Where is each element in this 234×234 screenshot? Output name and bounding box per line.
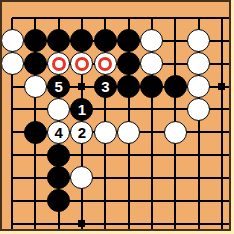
star-point — [78, 220, 85, 227]
white-stone — [1, 29, 24, 52]
black-stone-move-1: 1 — [70, 98, 93, 121]
board-grid-line — [12, 17, 229, 19]
go-board: 53142 — [0, 0, 231, 231]
red-circle-mark — [52, 57, 66, 71]
white-stone — [187, 52, 210, 75]
white-stone-circled — [70, 52, 93, 75]
white-stone — [187, 29, 210, 52]
red-circle-mark — [75, 57, 89, 71]
black-stone — [47, 144, 70, 167]
white-stone — [24, 75, 47, 98]
white-stone — [94, 121, 117, 144]
move-number-label: 1 — [78, 102, 86, 117]
white-stone — [140, 29, 163, 52]
black-stone — [117, 75, 140, 98]
white-stone-move-4: 4 — [47, 121, 70, 144]
board-grid-line — [12, 177, 229, 179]
black-stone-move-5: 5 — [47, 75, 70, 98]
star-point — [218, 83, 225, 90]
red-circle-mark — [98, 57, 112, 71]
white-stone — [70, 166, 93, 189]
board-grid-line — [12, 200, 229, 202]
white-stone — [47, 98, 70, 121]
white-stone — [117, 121, 140, 144]
white-stone — [164, 121, 187, 144]
black-stone — [140, 75, 163, 98]
black-stone — [164, 75, 187, 98]
black-stone — [47, 189, 70, 212]
board-grid-line — [12, 154, 229, 156]
white-stone-circled — [47, 52, 70, 75]
white-stone — [187, 75, 210, 98]
move-number-label: 4 — [54, 125, 62, 140]
star-point — [78, 83, 85, 90]
black-stone — [47, 166, 70, 189]
black-stone-move-3: 3 — [94, 75, 117, 98]
white-stone — [1, 52, 24, 75]
black-stone — [94, 29, 117, 52]
move-number-label: 5 — [54, 79, 62, 94]
white-stone — [140, 52, 163, 75]
move-number-label: 2 — [78, 125, 86, 140]
move-number-label: 3 — [101, 79, 109, 94]
black-stone — [24, 29, 47, 52]
black-stone — [24, 121, 47, 144]
white-stone-circled — [94, 52, 117, 75]
board-grid-line — [221, 18, 223, 229]
white-stone-move-2: 2 — [70, 121, 93, 144]
board-grid-line — [12, 223, 229, 225]
black-stone — [24, 52, 47, 75]
black-stone — [47, 29, 70, 52]
black-stone — [117, 52, 140, 75]
white-stone — [187, 98, 210, 121]
black-stone — [70, 29, 93, 52]
black-stone — [117, 29, 140, 52]
go-diagram-canvas: 53142 — [0, 0, 234, 234]
